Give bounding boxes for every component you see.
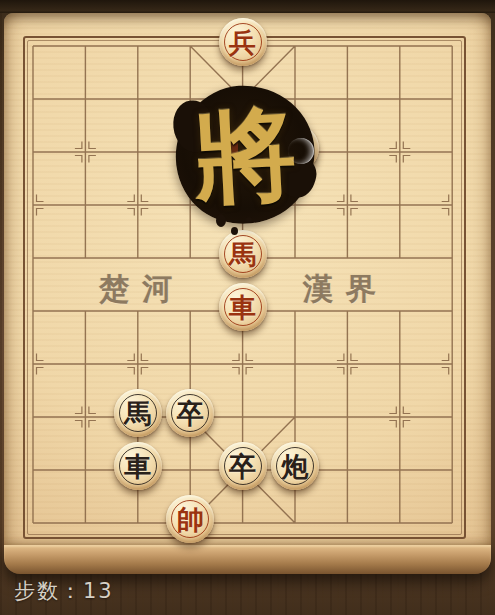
move-counter-label: 步数： xyxy=(14,579,83,603)
move-counter: 步数：13 xyxy=(14,578,114,605)
piece-glyph: 炮 xyxy=(271,442,319,490)
piece-black-soldier[interactable]: 卒 xyxy=(219,442,267,490)
piece-glyph: 卒 xyxy=(166,389,214,437)
piece-glyph: 車 xyxy=(219,283,267,331)
piece-black-cannon[interactable]: 炮 xyxy=(271,442,319,490)
piece-red-soldier[interactable]: 兵 xyxy=(219,18,267,66)
piece-black-general[interactable]: 將 xyxy=(271,124,319,172)
piece-black-soldier[interactable]: 卒 xyxy=(166,389,214,437)
piece-red-chariot[interactable]: 車 xyxy=(219,283,267,331)
piece-red-horse[interactable]: 馬 xyxy=(219,230,267,278)
table-back-edge xyxy=(0,0,495,13)
piece-black-chariot[interactable]: 車 xyxy=(114,442,162,490)
piece-glyph: 卒 xyxy=(219,442,267,490)
piece-glyph: 馬 xyxy=(219,230,267,278)
move-counter-value: 13 xyxy=(83,579,114,603)
piece-glyph: 兵 xyxy=(219,18,267,66)
piece-glyph: 將 xyxy=(271,124,319,172)
piece-glyph: 帥 xyxy=(166,495,214,543)
piece-glyph: 馬 xyxy=(114,389,162,437)
piece-red-general[interactable]: 帥 xyxy=(166,495,214,543)
piece-glyph: 車 xyxy=(114,442,162,490)
xiangqi-board[interactable]: 兵將馬車馬卒車卒炮帥 xyxy=(7,20,479,550)
xiangqi-app-screen: 楚河 漢界 兵將馬車馬卒車卒炮帥 將 步数：13 xyxy=(0,0,495,615)
piece-black-horse[interactable]: 馬 xyxy=(114,389,162,437)
